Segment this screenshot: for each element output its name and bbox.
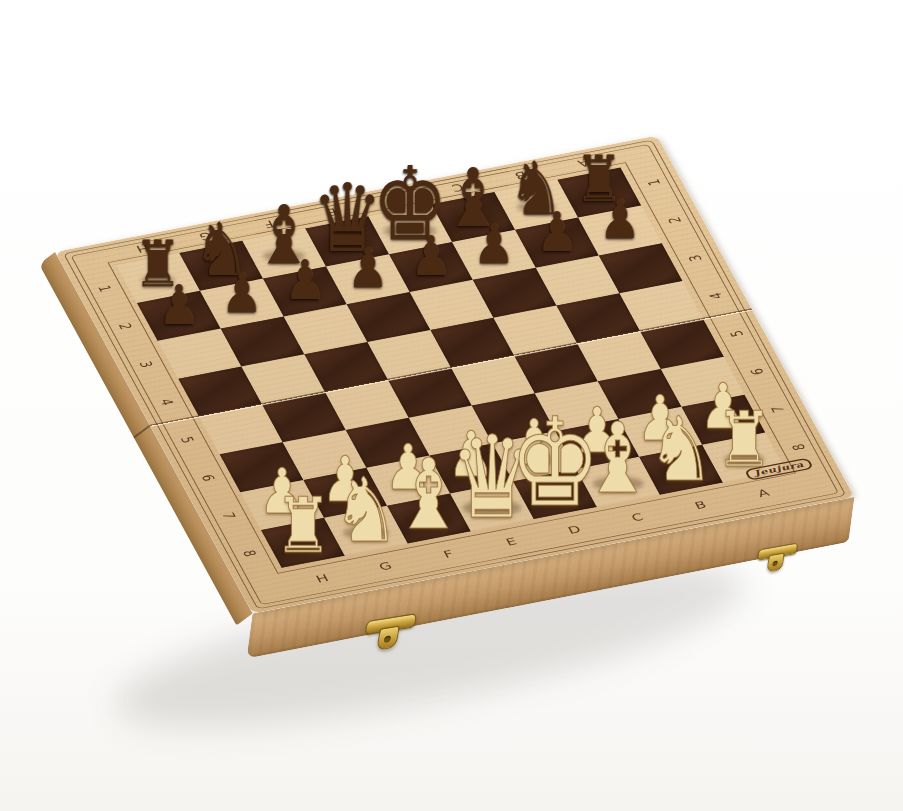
piece-light-rook-h8[interactable]: ♜ (274, 488, 332, 565)
pieces-layer: ♜♞♝♛♚♝♞♜♟♟♟♟♟♟♟♟♟♟♟♟♟♟♟♟♜♞♝♛♚♝♞♜ (0, 0, 903, 811)
product-photo-scene: HGFEDCBA HGFEDCBA 12345678 12345678 Jeuj… (0, 0, 903, 811)
piece-dark-pawn-b2[interactable]: ♟ (536, 205, 577, 260)
piece-dark-pawn-c2[interactable]: ♟ (473, 217, 514, 272)
piece-dark-pawn-f2[interactable]: ♟ (284, 253, 325, 308)
piece-light-bishop-c8[interactable]: ♝ (581, 410, 654, 507)
piece-dark-pawn-d2[interactable]: ♟ (410, 229, 451, 284)
piece-dark-pawn-g2[interactable]: ♟ (221, 266, 262, 321)
piece-dark-pawn-h2[interactable]: ♟ (158, 278, 199, 333)
piece-light-knight-g8[interactable]: ♞ (332, 465, 399, 554)
piece-light-knight-b8[interactable]: ♞ (647, 404, 714, 493)
piece-dark-pawn-e2[interactable]: ♟ (347, 241, 388, 296)
piece-dark-pawn-a2[interactable]: ♟ (599, 193, 640, 248)
piece-light-rook-a8[interactable]: ♜ (715, 402, 773, 479)
